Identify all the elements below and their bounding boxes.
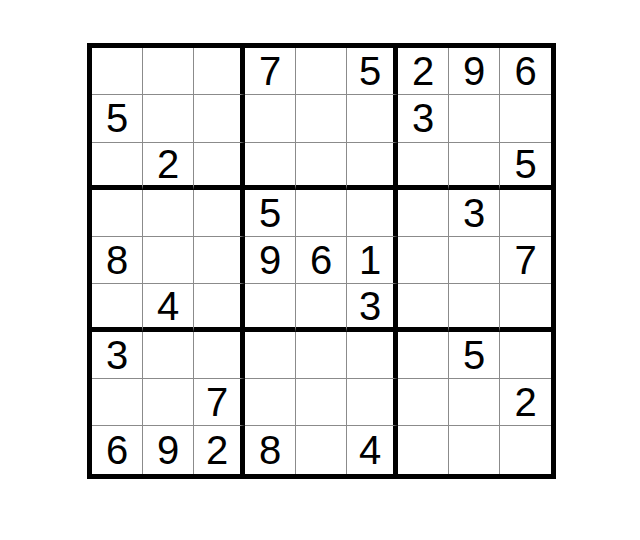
cell-r7c3[interactable] [194,332,245,379]
cell-r7c5[interactable] [296,332,347,379]
cell-r3c2: 2 [143,143,194,190]
cell-r2c5[interactable] [296,95,347,142]
cell-r3c7[interactable] [398,143,449,190]
cell-r2c1: 5 [92,95,143,142]
cell-r1c4: 7 [245,48,296,95]
cell-r3c9: 5 [500,143,551,190]
cell-r8c9: 2 [500,379,551,426]
cell-r1c7: 2 [398,48,449,95]
cell-r5c4: 9 [245,237,296,284]
sudoku-board: 752965325538961743357269284 [87,43,556,479]
cell-r4c3[interactable] [194,190,245,237]
cell-r9c1: 6 [92,426,143,473]
cell-r5c8[interactable] [449,237,500,284]
cell-r6c4[interactable] [245,284,296,331]
cell-r8c1[interactable] [92,379,143,426]
cell-r9c8[interactable] [449,426,500,473]
cell-r4c5[interactable] [296,190,347,237]
cell-r1c3[interactable] [194,48,245,95]
cell-r4c7[interactable] [398,190,449,237]
cell-r9c5[interactable] [296,426,347,473]
cell-r1c6: 5 [347,48,398,95]
cell-r2c7: 3 [398,95,449,142]
cell-r6c6: 3 [347,284,398,331]
cell-r9c7[interactable] [398,426,449,473]
cell-r9c3: 2 [194,426,245,473]
cell-r7c7[interactable] [398,332,449,379]
cell-r9c2: 9 [143,426,194,473]
cell-r1c2[interactable] [143,48,194,95]
cell-r4c4: 5 [245,190,296,237]
cell-r9c9[interactable] [500,426,551,473]
cell-r4c1[interactable] [92,190,143,237]
cell-r5c7[interactable] [398,237,449,284]
cell-r5c3[interactable] [194,237,245,284]
cell-r1c1[interactable] [92,48,143,95]
cell-r5c1: 8 [92,237,143,284]
cell-r2c2[interactable] [143,95,194,142]
cell-r8c4[interactable] [245,379,296,426]
cell-r4c9[interactable] [500,190,551,237]
cell-r7c2[interactable] [143,332,194,379]
cell-r8c5[interactable] [296,379,347,426]
cell-r8c3: 7 [194,379,245,426]
cell-r1c8: 9 [449,48,500,95]
cell-r7c9[interactable] [500,332,551,379]
cell-r4c8: 3 [449,190,500,237]
cell-r3c3[interactable] [194,143,245,190]
cell-r8c8[interactable] [449,379,500,426]
cell-r6c3[interactable] [194,284,245,331]
cell-r6c9[interactable] [500,284,551,331]
cell-r5c6: 1 [347,237,398,284]
cell-r9c4: 8 [245,426,296,473]
cell-r3c1[interactable] [92,143,143,190]
cell-r2c3[interactable] [194,95,245,142]
cell-r2c6[interactable] [347,95,398,142]
cell-r6c7[interactable] [398,284,449,331]
cell-r7c8: 5 [449,332,500,379]
cell-r6c1[interactable] [92,284,143,331]
cell-r4c6[interactable] [347,190,398,237]
cell-r4c2[interactable] [143,190,194,237]
cell-r3c5[interactable] [296,143,347,190]
cell-r5c2[interactable] [143,237,194,284]
cell-r8c2[interactable] [143,379,194,426]
cell-r2c9[interactable] [500,95,551,142]
cell-r1c5[interactable] [296,48,347,95]
cell-r8c7[interactable] [398,379,449,426]
cell-r7c6[interactable] [347,332,398,379]
cell-r5c5: 6 [296,237,347,284]
cell-r8c6[interactable] [347,379,398,426]
cell-r7c4[interactable] [245,332,296,379]
cell-r2c4[interactable] [245,95,296,142]
cell-r3c6[interactable] [347,143,398,190]
cell-r6c8[interactable] [449,284,500,331]
cell-r5c9: 7 [500,237,551,284]
sudoku-puzzle: 752965325538961743357269284 [0,0,640,540]
cell-r6c2: 4 [143,284,194,331]
cell-r7c1: 3 [92,332,143,379]
cell-r6c5[interactable] [296,284,347,331]
cell-r2c8[interactable] [449,95,500,142]
cell-r3c4[interactable] [245,143,296,190]
cell-r9c6: 4 [347,426,398,473]
cell-r1c9: 6 [500,48,551,95]
cell-r3c8[interactable] [449,143,500,190]
